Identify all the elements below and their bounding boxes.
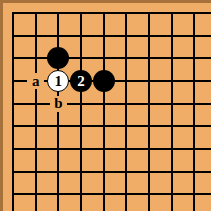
black-stone bbox=[47, 47, 69, 69]
stone-move-number: 2 bbox=[77, 74, 85, 89]
stone-move-number: 1 bbox=[55, 74, 63, 89]
point-label-a: a bbox=[27, 73, 44, 89]
board-point-3-4: 1 bbox=[47, 70, 70, 93]
point-label-b: b bbox=[50, 96, 67, 112]
board-point-3-5: b bbox=[47, 92, 70, 115]
white-stone-1: 1 bbox=[47, 70, 69, 92]
black-stone bbox=[93, 70, 115, 92]
board-grid: 12ab bbox=[2, 2, 206, 206]
black-stone-2: 2 bbox=[70, 70, 92, 92]
board-point-2-4: a bbox=[24, 70, 47, 93]
board-point-3-3 bbox=[47, 47, 70, 70]
board-point-5-4 bbox=[92, 70, 115, 93]
go-board-diagram: 12ab bbox=[0, 0, 211, 211]
board-point-4-4: 2 bbox=[70, 70, 93, 93]
